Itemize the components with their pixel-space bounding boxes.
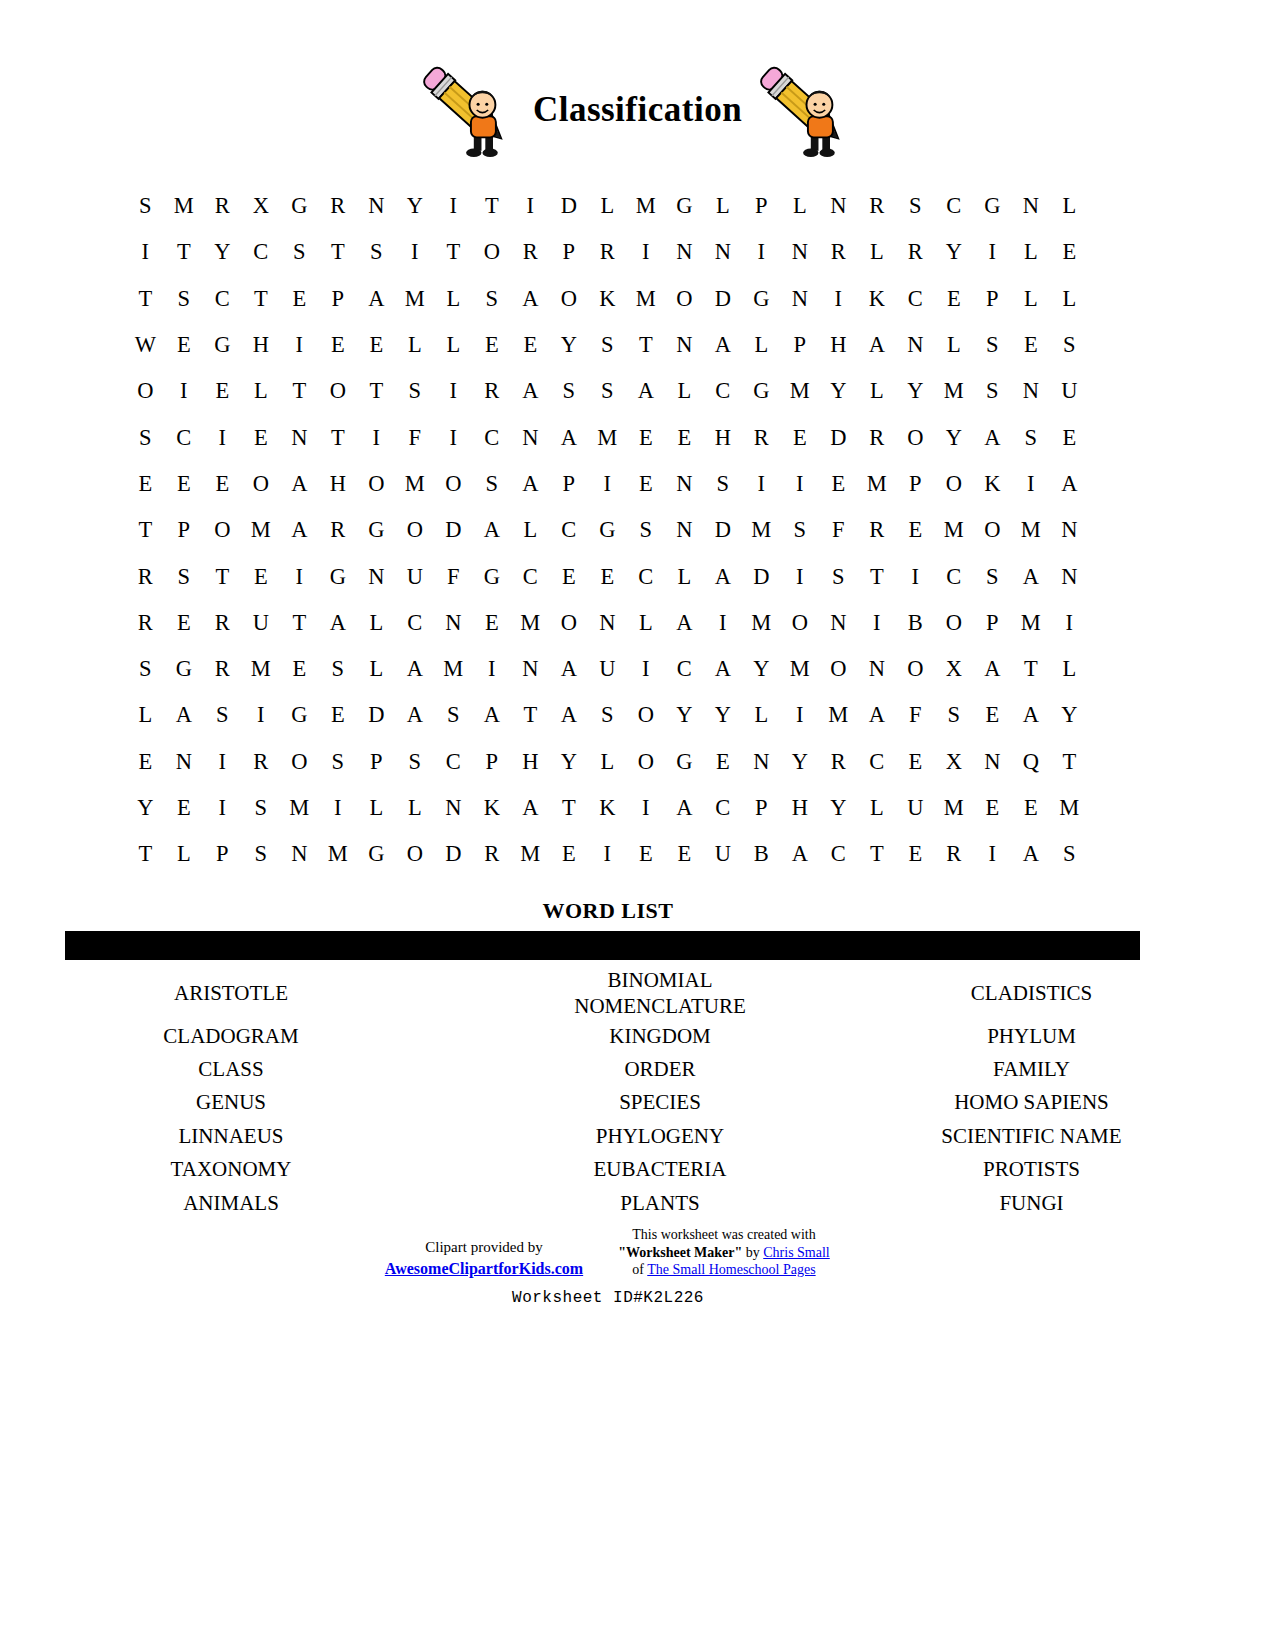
grid-cell-r3c11: A bbox=[511, 276, 550, 322]
grid-cell-r10c18: O bbox=[781, 600, 820, 646]
grid-cell-r7c9: O bbox=[434, 461, 473, 507]
grid-cell-r14c24: E bbox=[1012, 785, 1051, 831]
grid-cell-r9c6: G bbox=[319, 553, 358, 599]
grid-cell-r8c12: C bbox=[550, 507, 589, 553]
grid-cell-r4c16: A bbox=[704, 322, 743, 368]
grid-cell-r10c10: E bbox=[473, 600, 512, 646]
grid-cell-r13c3: I bbox=[203, 739, 242, 785]
grid-cell-r9c8: U bbox=[396, 553, 435, 599]
grid-cell-r9c17: D bbox=[742, 553, 781, 599]
grid-cell-r7c8: M bbox=[396, 461, 435, 507]
grid-cell-r6c7: I bbox=[357, 414, 396, 460]
grid-cell-r1c10: T bbox=[473, 183, 512, 229]
grid-cell-r5c1: O bbox=[126, 368, 165, 414]
grid-cell-r7c2: E bbox=[165, 461, 204, 507]
grid-cell-r9c16: A bbox=[704, 553, 743, 599]
page-title: Classification bbox=[533, 90, 742, 130]
grid-cell-r3c17: G bbox=[742, 276, 781, 322]
grid-cell-r7c16: S bbox=[704, 461, 743, 507]
grid-cell-r4c1: W bbox=[126, 322, 165, 368]
worksheet-page: Classification bbox=[0, 0, 1275, 1650]
grid-cell-r9c7: N bbox=[357, 553, 396, 599]
grid-cell-r9c1: R bbox=[126, 553, 165, 599]
grid-cell-r4c6: E bbox=[319, 322, 358, 368]
grid-cell-r2c7: S bbox=[357, 229, 396, 275]
grid-cell-r11c4: M bbox=[242, 646, 281, 692]
word-list-item-col1-row1: ARISTOTLE bbox=[174, 980, 288, 1006]
grid-cell-r14c12: T bbox=[550, 785, 589, 831]
grid-cell-r9c24: A bbox=[1012, 553, 1051, 599]
grid-cell-r9c21: I bbox=[896, 553, 935, 599]
grid-cell-r7c3: E bbox=[203, 461, 242, 507]
grid-cell-r2c24: L bbox=[1012, 229, 1051, 275]
word-list-item-col1-row4: GENUS bbox=[196, 1089, 266, 1115]
grid-cell-r6c12: A bbox=[550, 414, 589, 460]
grid-cell-r4c9: L bbox=[434, 322, 473, 368]
grid-cell-r13c24: Q bbox=[1012, 739, 1051, 785]
grid-cell-r2c20: L bbox=[858, 229, 897, 275]
grid-cell-r6c25: E bbox=[1050, 414, 1089, 460]
grid-cell-r13c15: G bbox=[665, 739, 704, 785]
grid-cell-r2c11: R bbox=[511, 229, 550, 275]
grid-cell-r4c7: E bbox=[357, 322, 396, 368]
grid-cell-r14c19: Y bbox=[819, 785, 858, 831]
grid-cell-r12c24: A bbox=[1012, 692, 1051, 738]
grid-cell-r13c8: S bbox=[396, 739, 435, 785]
grid-cell-r8c4: M bbox=[242, 507, 281, 553]
grid-cell-r3c6: P bbox=[319, 276, 358, 322]
grid-cell-r2c3: Y bbox=[203, 229, 242, 275]
grid-cell-r8c24: M bbox=[1012, 507, 1051, 553]
grid-cell-r13c14: O bbox=[627, 739, 666, 785]
grid-cell-r7c4: O bbox=[242, 461, 281, 507]
word-list-item-col3-row6: PROTISTS bbox=[983, 1156, 1080, 1182]
grid-cell-r4c17: L bbox=[742, 322, 781, 368]
grid-cell-r1c21: S bbox=[896, 183, 935, 229]
grid-cell-r4c13: S bbox=[588, 322, 627, 368]
grid-cell-r2c15: N bbox=[665, 229, 704, 275]
grid-cell-r7c12: P bbox=[550, 461, 589, 507]
grid-cell-r2c13: R bbox=[588, 229, 627, 275]
grid-cell-r10c16: I bbox=[704, 600, 743, 646]
grid-cell-r15c17: B bbox=[742, 831, 781, 877]
grid-cell-r5c7: T bbox=[357, 368, 396, 414]
grid-cell-r14c13: K bbox=[588, 785, 627, 831]
grid-cell-r7c13: I bbox=[588, 461, 627, 507]
grid-cell-r10c1: R bbox=[126, 600, 165, 646]
grid-cell-r11c3: R bbox=[203, 646, 242, 692]
word-list-item-col3-row5: SCIENTIFIC NAME bbox=[941, 1123, 1121, 1149]
grid-cell-r12c17: L bbox=[742, 692, 781, 738]
grid-cell-r7c25: A bbox=[1050, 461, 1089, 507]
maker-credit: This worksheet was created with "Workshe… bbox=[604, 1226, 844, 1279]
grid-cell-r7c11: A bbox=[511, 461, 550, 507]
grid-cell-r7c5: A bbox=[280, 461, 319, 507]
grid-cell-r8c7: G bbox=[357, 507, 396, 553]
grid-cell-r10c17: M bbox=[742, 600, 781, 646]
grid-cell-r15c1: T bbox=[126, 831, 165, 877]
grid-cell-r2c5: S bbox=[280, 229, 319, 275]
grid-cell-r12c8: A bbox=[396, 692, 435, 738]
grid-cell-r1c1: S bbox=[126, 183, 165, 229]
grid-cell-r10c15: A bbox=[665, 600, 704, 646]
grid-cell-r4c15: N bbox=[665, 322, 704, 368]
grid-cell-r13c13: L bbox=[588, 739, 627, 785]
grid-cell-r13c1: E bbox=[126, 739, 165, 785]
grid-cell-r5c19: Y bbox=[819, 368, 858, 414]
grid-cell-r11c22: X bbox=[935, 646, 974, 692]
grid-cell-r2c1: I bbox=[126, 229, 165, 275]
grid-cell-r6c4: E bbox=[242, 414, 281, 460]
grid-cell-r15c20: T bbox=[858, 831, 897, 877]
grid-cell-r13c5: O bbox=[280, 739, 319, 785]
grid-cell-r5c8: S bbox=[396, 368, 435, 414]
grid-cell-r7c24: I bbox=[1012, 461, 1051, 507]
grid-cell-r7c19: E bbox=[819, 461, 858, 507]
grid-cell-r12c16: Y bbox=[704, 692, 743, 738]
grid-cell-r10c11: M bbox=[511, 600, 550, 646]
grid-cell-r5c6: O bbox=[319, 368, 358, 414]
grid-cell-r3c22: E bbox=[935, 276, 974, 322]
grid-cell-r12c6: E bbox=[319, 692, 358, 738]
grid-cell-r8c14: S bbox=[627, 507, 666, 553]
grid-cell-r1c7: N bbox=[357, 183, 396, 229]
grid-cell-r1c14: M bbox=[627, 183, 666, 229]
grid-cell-r1c17: P bbox=[742, 183, 781, 229]
grid-cell-r7c14: E bbox=[627, 461, 666, 507]
grid-cell-r13c10: P bbox=[473, 739, 512, 785]
grid-cell-r15c10: R bbox=[473, 831, 512, 877]
grid-cell-r13c21: E bbox=[896, 739, 935, 785]
grid-cell-r8c6: R bbox=[319, 507, 358, 553]
grid-cell-r7c1: E bbox=[126, 461, 165, 507]
grid-cell-r8c23: O bbox=[973, 507, 1012, 553]
grid-cell-r6c23: A bbox=[973, 414, 1012, 460]
grid-cell-r13c22: X bbox=[935, 739, 974, 785]
grid-cell-r6c16: H bbox=[704, 414, 743, 460]
grid-cell-r3c10: S bbox=[473, 276, 512, 322]
grid-cell-r15c6: M bbox=[319, 831, 358, 877]
grid-cell-r8c10: A bbox=[473, 507, 512, 553]
grid-cell-r6c20: R bbox=[858, 414, 897, 460]
grid-cell-r15c2: L bbox=[165, 831, 204, 877]
grid-cell-r15c9: D bbox=[434, 831, 473, 877]
grid-cell-r6c18: E bbox=[781, 414, 820, 460]
grid-cell-r10c4: U bbox=[242, 600, 281, 646]
grid-cell-r5c3: E bbox=[203, 368, 242, 414]
grid-cell-r8c22: M bbox=[935, 507, 974, 553]
grid-cell-r10c12: O bbox=[550, 600, 589, 646]
by-text: by bbox=[742, 1245, 763, 1260]
grid-cell-r9c19: S bbox=[819, 553, 858, 599]
grid-cell-r11c19: O bbox=[819, 646, 858, 692]
grid-cell-r9c11: C bbox=[511, 553, 550, 599]
grid-cell-r12c22: S bbox=[935, 692, 974, 738]
grid-cell-r10c23: P bbox=[973, 600, 1012, 646]
grid-cell-r12c7: D bbox=[357, 692, 396, 738]
grid-cell-r1c4: X bbox=[242, 183, 281, 229]
word-list-item-col3-row7: FUNGI bbox=[999, 1190, 1063, 1216]
grid-cell-r11c24: T bbox=[1012, 646, 1051, 692]
grid-cell-r6c14: E bbox=[627, 414, 666, 460]
grid-cell-r6c22: Y bbox=[935, 414, 974, 460]
grid-cell-r4c10: E bbox=[473, 322, 512, 368]
grid-cell-r9c12: E bbox=[550, 553, 589, 599]
grid-cell-r9c15: L bbox=[665, 553, 704, 599]
pencil-kid-figure bbox=[803, 91, 835, 157]
grid-cell-r3c15: O bbox=[665, 276, 704, 322]
grid-cell-r8c11: L bbox=[511, 507, 550, 553]
grid-cell-r10c20: I bbox=[858, 600, 897, 646]
of-text: of bbox=[632, 1262, 647, 1277]
grid-cell-r13c25: T bbox=[1050, 739, 1089, 785]
grid-cell-r3c7: A bbox=[357, 276, 396, 322]
grid-cell-r1c23: G bbox=[973, 183, 1012, 229]
grid-cell-r12c13: S bbox=[588, 692, 627, 738]
grid-cell-r15c16: U bbox=[704, 831, 743, 877]
grid-cell-r2c4: C bbox=[242, 229, 281, 275]
grid-cell-r1c13: L bbox=[588, 183, 627, 229]
grid-cell-r12c5: G bbox=[280, 692, 319, 738]
grid-cell-r2c8: I bbox=[396, 229, 435, 275]
grid-cell-r7c7: O bbox=[357, 461, 396, 507]
clipart-credit-text: Clipart provided by bbox=[425, 1239, 542, 1255]
grid-cell-r5c14: A bbox=[627, 368, 666, 414]
grid-cell-r6c11: N bbox=[511, 414, 550, 460]
grid-cell-r13c23: N bbox=[973, 739, 1012, 785]
grid-cell-r12c23: E bbox=[973, 692, 1012, 738]
grid-cell-r15c5: N bbox=[280, 831, 319, 877]
grid-cell-r1c5: G bbox=[280, 183, 319, 229]
grid-cell-r6c1: S bbox=[126, 414, 165, 460]
grid-cell-r15c4: S bbox=[242, 831, 281, 877]
grid-cell-r4c21: N bbox=[896, 322, 935, 368]
grid-cell-r4c20: A bbox=[858, 322, 897, 368]
grid-cell-r14c18: H bbox=[781, 785, 820, 831]
grid-cell-r6c15: E bbox=[665, 414, 704, 460]
grid-cell-r1c15: G bbox=[665, 183, 704, 229]
header: Classification bbox=[0, 58, 1275, 162]
grid-cell-r14c2: E bbox=[165, 785, 204, 831]
grid-cell-r15c12: E bbox=[550, 831, 589, 877]
grid-cell-r5c16: C bbox=[704, 368, 743, 414]
grid-cell-r11c6: S bbox=[319, 646, 358, 692]
grid-cell-r9c25: N bbox=[1050, 553, 1089, 599]
grid-cell-r3c25: L bbox=[1050, 276, 1089, 322]
grid-cell-r12c20: A bbox=[858, 692, 897, 738]
grid-cell-r10c14: L bbox=[627, 600, 666, 646]
grid-cell-r6c3: I bbox=[203, 414, 242, 460]
grid-cell-r10c7: L bbox=[357, 600, 396, 646]
grid-cell-r10c22: O bbox=[935, 600, 974, 646]
grid-cell-r4c14: T bbox=[627, 322, 666, 368]
grid-cell-r8c20: R bbox=[858, 507, 897, 553]
grid-cell-r13c12: Y bbox=[550, 739, 589, 785]
grid-cell-r6c24: S bbox=[1012, 414, 1051, 460]
grid-cell-r4c18: P bbox=[781, 322, 820, 368]
grid-cell-r12c3: S bbox=[203, 692, 242, 738]
grid-cell-r15c18: A bbox=[781, 831, 820, 877]
word-list-heading: WORD LIST bbox=[0, 898, 1216, 924]
grid-cell-r12c4: I bbox=[242, 692, 281, 738]
grid-cell-r5c17: G bbox=[742, 368, 781, 414]
grid-cell-r2c23: I bbox=[973, 229, 1012, 275]
grid-cell-r3c21: C bbox=[896, 276, 935, 322]
grid-cell-r14c8: L bbox=[396, 785, 435, 831]
grid-cell-r1c3: R bbox=[203, 183, 242, 229]
grid-cell-r4c23: S bbox=[973, 322, 1012, 368]
grid-cell-r8c1: T bbox=[126, 507, 165, 553]
grid-cell-r3c5: E bbox=[280, 276, 319, 322]
maker-name: "Worksheet Maker" bbox=[618, 1245, 742, 1260]
grid-cell-r13c7: P bbox=[357, 739, 396, 785]
grid-cell-r1c6: R bbox=[319, 183, 358, 229]
grid-cell-r7c17: I bbox=[742, 461, 781, 507]
grid-cell-r15c8: O bbox=[396, 831, 435, 877]
grid-cell-r11c2: G bbox=[165, 646, 204, 692]
grid-cell-r4c2: E bbox=[165, 322, 204, 368]
grid-cell-r15c21: E bbox=[896, 831, 935, 877]
footer: Clipart provided by AwesomeClipartforKid… bbox=[378, 1226, 844, 1280]
grid-cell-r5c23: S bbox=[973, 368, 1012, 414]
grid-cell-r3c2: S bbox=[165, 276, 204, 322]
grid-cell-r3c20: K bbox=[858, 276, 897, 322]
grid-cell-r9c5: I bbox=[280, 553, 319, 599]
grid-cell-r1c8: Y bbox=[396, 183, 435, 229]
grid-cell-r6c2: C bbox=[165, 414, 204, 460]
grid-cell-r14c7: L bbox=[357, 785, 396, 831]
grid-cell-r12c2: A bbox=[165, 692, 204, 738]
grid-cell-r12c15: Y bbox=[665, 692, 704, 738]
grid-cell-r7c6: H bbox=[319, 461, 358, 507]
grid-cell-r14c1: Y bbox=[126, 785, 165, 831]
grid-cell-r9c22: C bbox=[935, 553, 974, 599]
grid-cell-r5c24: N bbox=[1012, 368, 1051, 414]
grid-cell-r3c14: M bbox=[627, 276, 666, 322]
pencil-kid-clipart-left bbox=[421, 58, 517, 162]
grid-cell-r13c18: Y bbox=[781, 739, 820, 785]
grid-cell-r13c16: E bbox=[704, 739, 743, 785]
grid-cell-r11c18: M bbox=[781, 646, 820, 692]
grid-cell-r13c9: C bbox=[434, 739, 473, 785]
grid-cell-r3c24: L bbox=[1012, 276, 1051, 322]
word-list-item-col1-row5: LINNAEUS bbox=[179, 1123, 284, 1149]
grid-cell-r8c3: O bbox=[203, 507, 242, 553]
grid-cell-r14c15: A bbox=[665, 785, 704, 831]
grid-cell-r8c2: P bbox=[165, 507, 204, 553]
word-list-item-col3-row2: PHYLUM bbox=[987, 1023, 1076, 1049]
grid-cell-r15c14: E bbox=[627, 831, 666, 877]
grid-cell-r5c2: I bbox=[165, 368, 204, 414]
grid-cell-r8c8: O bbox=[396, 507, 435, 553]
grid-cell-r3c8: M bbox=[396, 276, 435, 322]
grid-cell-r1c20: R bbox=[858, 183, 897, 229]
grid-cell-r2c16: N bbox=[704, 229, 743, 275]
grid-cell-r2c18: N bbox=[781, 229, 820, 275]
grid-cell-r6c9: I bbox=[434, 414, 473, 460]
grid-cell-r5c10: R bbox=[473, 368, 512, 414]
grid-cell-r7c21: P bbox=[896, 461, 935, 507]
grid-cell-r8c15: N bbox=[665, 507, 704, 553]
author-link[interactable]: Chris Small bbox=[763, 1245, 830, 1260]
pencil-kid-figure bbox=[466, 91, 498, 157]
word-list-item-col2-row3: ORDER bbox=[624, 1056, 695, 1082]
grid-cell-r14c16: C bbox=[704, 785, 743, 831]
grid-cell-r9c14: C bbox=[627, 553, 666, 599]
grid-cell-r11c25: L bbox=[1050, 646, 1089, 692]
word-list-item-col3-row1: CLADISTICS bbox=[971, 980, 1092, 1006]
grid-cell-r12c10: A bbox=[473, 692, 512, 738]
grid-cell-r5c13: S bbox=[588, 368, 627, 414]
grid-cell-r13c2: N bbox=[165, 739, 204, 785]
grid-cell-r9c20: T bbox=[858, 553, 897, 599]
word-list-item-col3-row3: FAMILY bbox=[993, 1056, 1070, 1082]
grid-cell-r3c18: N bbox=[781, 276, 820, 322]
grid-cell-r15c7: G bbox=[357, 831, 396, 877]
grid-cell-r7c22: O bbox=[935, 461, 974, 507]
grid-cell-r13c20: C bbox=[858, 739, 897, 785]
grid-cell-r14c6: I bbox=[319, 785, 358, 831]
grid-cell-r9c4: E bbox=[242, 553, 281, 599]
word-list-item-col1-row2: CLADOGRAM bbox=[163, 1023, 298, 1049]
grid-cell-r10c9: N bbox=[434, 600, 473, 646]
grid-cell-r2c19: R bbox=[819, 229, 858, 275]
grid-cell-r10c25: I bbox=[1050, 600, 1089, 646]
grid-cell-r10c13: N bbox=[588, 600, 627, 646]
grid-cell-r2c25: E bbox=[1050, 229, 1089, 275]
grid-cell-r11c23: A bbox=[973, 646, 1012, 692]
grid-cell-r3c23: P bbox=[973, 276, 1012, 322]
grid-cell-r15c11: M bbox=[511, 831, 550, 877]
grid-cell-r2c6: T bbox=[319, 229, 358, 275]
grid-cell-r14c22: M bbox=[935, 785, 974, 831]
word-list-item-col3-row4: HOMO SAPIENS bbox=[954, 1089, 1109, 1115]
word-list-item-col1-row7: ANIMALS bbox=[183, 1190, 279, 1216]
grid-cell-r4c11: E bbox=[511, 322, 550, 368]
word-list-item-col2-row5: PHYLOGENY bbox=[596, 1123, 724, 1149]
grid-cell-r1c2: M bbox=[165, 183, 204, 229]
grid-cell-r3c19: I bbox=[819, 276, 858, 322]
word-list-item-col2-row1: BINOMIAL NOMENCLATURE bbox=[574, 967, 746, 1019]
grid-cell-r10c5: T bbox=[280, 600, 319, 646]
grid-cell-r10c2: E bbox=[165, 600, 204, 646]
word-list-item-col2-row2: KINGDOM bbox=[609, 1023, 711, 1049]
grid-cell-r13c17: N bbox=[742, 739, 781, 785]
clipart-credit-link[interactable]: AwesomeClipartforKids.com bbox=[385, 1260, 583, 1277]
grid-cell-r13c6: S bbox=[319, 739, 358, 785]
grid-cell-r9c9: F bbox=[434, 553, 473, 599]
grid-cell-r6c10: C bbox=[473, 414, 512, 460]
homeschool-pages-link[interactable]: The Small Homeschool Pages bbox=[647, 1262, 815, 1277]
grid-cell-r11c11: N bbox=[511, 646, 550, 692]
grid-cell-r2c10: O bbox=[473, 229, 512, 275]
grid-cell-r12c1: L bbox=[126, 692, 165, 738]
maker-credit-line1: This worksheet was created with bbox=[632, 1227, 816, 1242]
grid-cell-r11c8: A bbox=[396, 646, 435, 692]
grid-cell-r11c12: A bbox=[550, 646, 589, 692]
grid-cell-r7c10: S bbox=[473, 461, 512, 507]
grid-cell-r9c18: I bbox=[781, 553, 820, 599]
grid-cell-r11c10: I bbox=[473, 646, 512, 692]
grid-cell-r2c21: R bbox=[896, 229, 935, 275]
grid-cell-r14c3: I bbox=[203, 785, 242, 831]
grid-cell-r13c11: H bbox=[511, 739, 550, 785]
grid-cell-r1c9: I bbox=[434, 183, 473, 229]
grid-cell-r8c18: S bbox=[781, 507, 820, 553]
grid-cell-r12c9: S bbox=[434, 692, 473, 738]
grid-cell-r3c3: C bbox=[203, 276, 242, 322]
grid-cell-r9c13: E bbox=[588, 553, 627, 599]
